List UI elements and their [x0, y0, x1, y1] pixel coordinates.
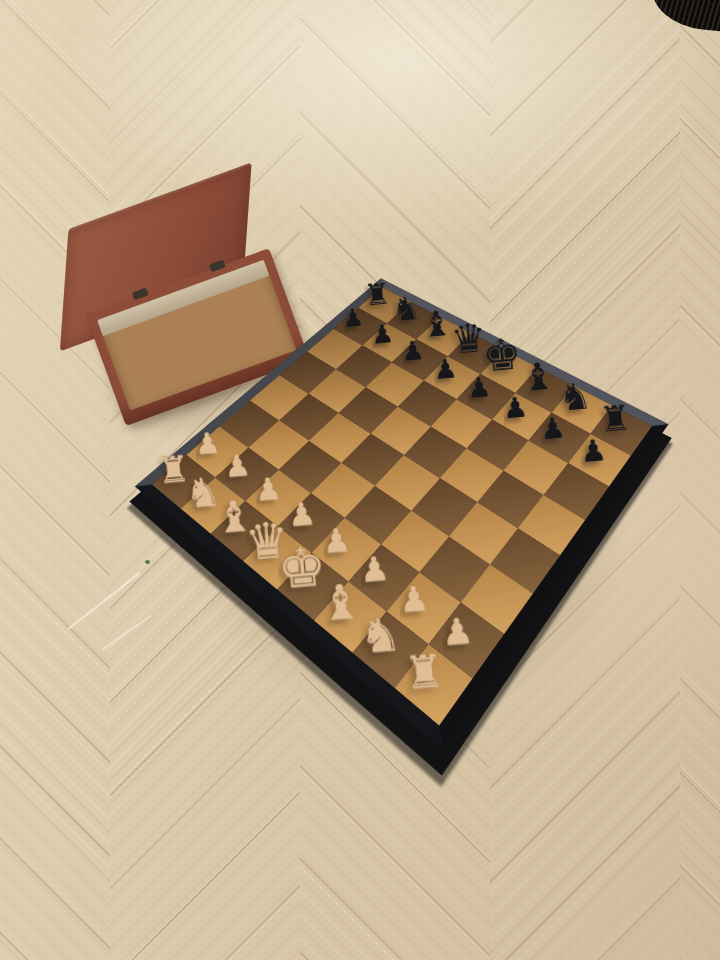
- piece-white-bishop: ♝: [316, 577, 363, 628]
- piece-white-pawn: ♟: [194, 428, 222, 459]
- piece-white-pawn: ♟: [358, 552, 391, 588]
- piece-black-pawn: ♟: [432, 355, 458, 384]
- chess-board-scene: ♜♞♝♛♚♝♞♜♟♟♟♟♟♟♟♟♟♟♟♟♟♟♟♟♜♞♝♛♚♝♞♜: [0, 0, 720, 960]
- piece-black-pawn: ♟: [341, 305, 365, 332]
- piece-white-pawn: ♟: [286, 498, 317, 532]
- piece-black-pawn: ♟: [501, 393, 529, 423]
- piece-white-rook: ♜: [402, 648, 446, 696]
- piece-black-pawn: ♟: [466, 374, 493, 404]
- piece-white-pawn: ♟: [223, 450, 252, 482]
- chess-board: ♜♞♝♛♚♝♞♜♟♟♟♟♟♟♟♟♟♟♟♟♟♟♟♟♜♞♝♛♚♝♞♜: [135, 278, 669, 749]
- piece-white-pawn: ♟: [398, 581, 432, 618]
- piece-black-knight: ♞: [390, 291, 422, 326]
- piece-white-pawn: ♟: [440, 613, 475, 651]
- piece-white-pawn: ♟: [321, 524, 353, 559]
- piece-white-knight: ♞: [357, 611, 403, 661]
- piece-black-pawn: ♟: [539, 414, 568, 445]
- piece-black-pawn: ♟: [370, 321, 395, 348]
- piece-black-pawn: ♟: [578, 435, 607, 467]
- piece-black-rook: ♜: [363, 279, 392, 310]
- piece-black-pawn: ♟: [400, 338, 426, 366]
- photo-scene: ♜♞♝♛♚♝♞♜♟♟♟♟♟♟♟♟♟♟♟♟♟♟♟♟♜♞♝♛♚♝♞♜: [0, 0, 720, 960]
- piece-white-pawn: ♟: [254, 473, 284, 506]
